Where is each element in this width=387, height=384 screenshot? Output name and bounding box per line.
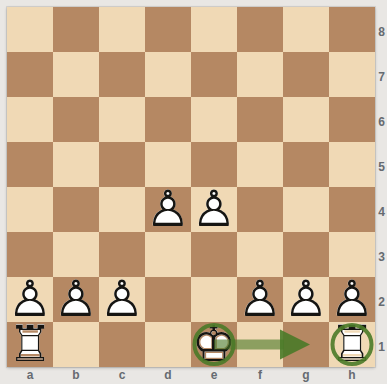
file-label-c: c [99, 368, 145, 384]
square-a4[interactable] [7, 187, 53, 232]
square-b3[interactable] [53, 232, 99, 277]
square-g8[interactable] [283, 7, 329, 52]
piece-fill-glyph: ♟ [191, 186, 237, 231]
rank-label-6: 6 [376, 99, 387, 144]
piece-fill-glyph: ♚ [191, 321, 237, 366]
chess-board[interactable]: ♟♙♟♙♟♙♟♙♟♙♟♙♟♙♟♙♜♖♚♔♜♖ [7, 7, 375, 367]
rank-label-2: 2 [376, 279, 387, 324]
square-c8[interactable] [99, 7, 145, 52]
rank-label-1: 1 [376, 324, 387, 369]
piece-outline-glyph: ♙ [237, 276, 283, 321]
square-f3[interactable] [237, 232, 283, 277]
piece-fill-glyph: ♜ [329, 321, 375, 366]
file-label-g: g [283, 368, 329, 384]
white-pawn[interactable]: ♟♙ [191, 187, 237, 232]
square-d1[interactable] [145, 322, 191, 367]
square-d6[interactable] [145, 97, 191, 142]
square-g3[interactable] [283, 232, 329, 277]
square-d8[interactable] [145, 7, 191, 52]
square-b7[interactable] [53, 52, 99, 97]
square-a3[interactable] [7, 232, 53, 277]
square-a8[interactable] [7, 7, 53, 52]
square-e6[interactable] [191, 97, 237, 142]
white-pawn[interactable]: ♟♙ [53, 277, 99, 322]
square-g2[interactable]: ♟♙ [283, 277, 329, 322]
square-a1[interactable]: ♜♖ [7, 322, 53, 367]
square-e8[interactable] [191, 7, 237, 52]
square-c3[interactable] [99, 232, 145, 277]
square-c7[interactable] [99, 52, 145, 97]
square-a6[interactable] [7, 97, 53, 142]
square-b6[interactable] [53, 97, 99, 142]
square-d7[interactable] [145, 52, 191, 97]
square-h4[interactable] [329, 187, 375, 232]
white-pawn[interactable]: ♟♙ [237, 277, 283, 322]
square-a5[interactable] [7, 142, 53, 187]
file-label-h: h [329, 368, 375, 384]
white-pawn[interactable]: ♟♙ [145, 187, 191, 232]
square-e2[interactable] [191, 277, 237, 322]
piece-outline-glyph: ♙ [53, 276, 99, 321]
square-c1[interactable] [99, 322, 145, 367]
square-b8[interactable] [53, 7, 99, 52]
white-rook[interactable]: ♜♖ [329, 322, 375, 367]
square-f7[interactable] [237, 52, 283, 97]
rank-label-7: 7 [376, 54, 387, 99]
square-f4[interactable] [237, 187, 283, 232]
square-d2[interactable] [145, 277, 191, 322]
piece-fill-glyph: ♜ [7, 321, 53, 366]
piece-fill-glyph: ♟ [237, 276, 283, 321]
square-e4[interactable]: ♟♙ [191, 187, 237, 232]
piece-outline-glyph: ♔ [191, 321, 237, 366]
white-pawn[interactable]: ♟♙ [7, 277, 53, 322]
square-e7[interactable] [191, 52, 237, 97]
square-h7[interactable] [329, 52, 375, 97]
square-d4[interactable]: ♟♙ [145, 187, 191, 232]
square-f1[interactable] [237, 322, 283, 367]
square-c6[interactable] [99, 97, 145, 142]
piece-outline-glyph: ♙ [7, 276, 53, 321]
square-d3[interactable] [145, 232, 191, 277]
square-c5[interactable] [99, 142, 145, 187]
square-f5[interactable] [237, 142, 283, 187]
square-g1[interactable] [283, 322, 329, 367]
piece-outline-glyph: ♖ [7, 321, 53, 366]
piece-fill-glyph: ♟ [53, 276, 99, 321]
piece-fill-glyph: ♟ [99, 276, 145, 321]
square-b4[interactable] [53, 187, 99, 232]
piece-outline-glyph: ♙ [99, 276, 145, 321]
square-f6[interactable] [237, 97, 283, 142]
rank-label-3: 3 [376, 234, 387, 279]
square-g7[interactable] [283, 52, 329, 97]
piece-outline-glyph: ♙ [283, 276, 329, 321]
piece-outline-glyph: ♙ [329, 276, 375, 321]
file-label-e: e [191, 368, 237, 384]
square-h6[interactable] [329, 97, 375, 142]
square-f8[interactable] [237, 7, 283, 52]
white-rook[interactable]: ♜♖ [7, 322, 53, 367]
square-h1[interactable]: ♜♖ [329, 322, 375, 367]
square-e3[interactable] [191, 232, 237, 277]
white-pawn[interactable]: ♟♙ [283, 277, 329, 322]
file-label-f: f [237, 368, 283, 384]
square-a7[interactable] [7, 52, 53, 97]
piece-outline-glyph: ♙ [191, 186, 237, 231]
square-g4[interactable] [283, 187, 329, 232]
square-e1[interactable]: ♚♔ [191, 322, 237, 367]
square-g5[interactable] [283, 142, 329, 187]
square-d5[interactable] [145, 142, 191, 187]
piece-fill-glyph: ♟ [145, 186, 191, 231]
chess-board-panel: ♟♙♟♙♟♙♟♙♟♙♟♙♟♙♟♙♜♖♚♔♜♖ abcdefgh 87654321 [0, 0, 387, 384]
rank-label-8: 8 [376, 9, 387, 54]
square-e5[interactable] [191, 142, 237, 187]
square-h3[interactable] [329, 232, 375, 277]
white-king[interactable]: ♚♔ [191, 322, 237, 367]
square-f2[interactable]: ♟♙ [237, 277, 283, 322]
piece-fill-glyph: ♟ [7, 276, 53, 321]
rank-label-4: 4 [376, 189, 387, 234]
square-c4[interactable] [99, 187, 145, 232]
square-h8[interactable] [329, 7, 375, 52]
file-label-d: d [145, 368, 191, 384]
square-c2[interactable]: ♟♙ [99, 277, 145, 322]
square-b2[interactable]: ♟♙ [53, 277, 99, 322]
square-b5[interactable] [53, 142, 99, 187]
rank-label-5: 5 [376, 144, 387, 189]
square-h2[interactable]: ♟♙ [329, 277, 375, 322]
piece-fill-glyph: ♟ [329, 276, 375, 321]
white-pawn[interactable]: ♟♙ [99, 277, 145, 322]
piece-outline-glyph: ♖ [329, 321, 375, 366]
white-pawn[interactable]: ♟♙ [329, 277, 375, 322]
piece-fill-glyph: ♟ [283, 276, 329, 321]
file-label-a: a [7, 368, 53, 384]
file-label-b: b [53, 368, 99, 384]
piece-outline-glyph: ♙ [145, 186, 191, 231]
square-b1[interactable] [53, 322, 99, 367]
square-a2[interactable]: ♟♙ [7, 277, 53, 322]
square-g6[interactable] [283, 97, 329, 142]
square-h5[interactable] [329, 142, 375, 187]
